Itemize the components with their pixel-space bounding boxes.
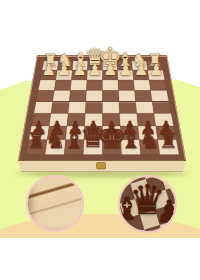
chess-piece-dark-r: ♜: [27, 130, 47, 152]
chess-piece-white-p: ♟: [88, 63, 102, 79]
chess-piece-white-p: ♟: [134, 63, 148, 79]
inset-pieces-closeup: ♝ ♛ ♟: [118, 175, 177, 233]
chess-piece-white-p: ♟: [119, 63, 133, 79]
chess-piece-dark-r: ♜: [159, 130, 179, 152]
chess-piece-white-p: ♟: [103, 63, 117, 79]
inset-folded-board-closeup: [26, 175, 84, 232]
chess-piece-white-p: ♟: [42, 63, 56, 79]
pieces-layer: ♜♞♝♛♚♝♞♜♟♟♟♟♟♟♟♟♟♟♟♟♟♟♟♟♜♞♝♛♚♝♞♜: [0, 0, 200, 280]
wood-grain: [26, 175, 84, 232]
chess-piece-white-p: ♟: [72, 63, 86, 79]
chess-piece-white-p: ♟: [149, 63, 163, 79]
chess-piece-white-p: ♟: [57, 63, 71, 79]
product-photo: ♜♞♝♛♚♝♞♜♟♟♟♟♟♟♟♟♟♟♟♟♟♟♟♟♜♞♝♛♚♝♞♜ ♝ ♛ ♟: [0, 0, 200, 280]
chess-piece-dark-n: ♞: [139, 129, 160, 152]
